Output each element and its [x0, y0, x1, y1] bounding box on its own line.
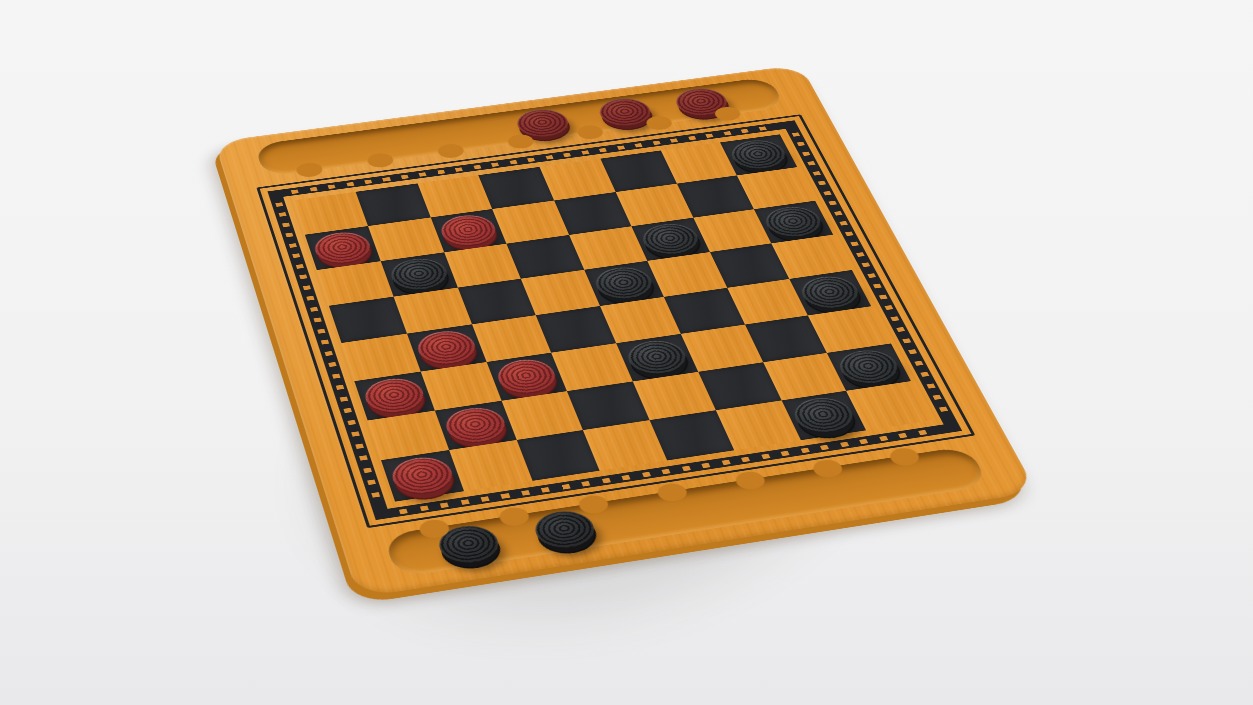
- black-checker[interactable]: [529, 508, 599, 552]
- red-checker[interactable]: [413, 328, 480, 368]
- black-checker[interactable]: [833, 347, 904, 387]
- red-checker[interactable]: [360, 375, 428, 416]
- black-checker[interactable]: [590, 264, 657, 302]
- red-checker[interactable]: [436, 212, 501, 249]
- red-checker[interactable]: [594, 96, 655, 129]
- black-checker[interactable]: [386, 255, 451, 293]
- black-checker[interactable]: [637, 221, 704, 258]
- red-checker[interactable]: [311, 229, 375, 266]
- red-checker[interactable]: [671, 86, 732, 118]
- red-checker[interactable]: [387, 454, 457, 498]
- black-checker[interactable]: [796, 273, 865, 311]
- red-checker[interactable]: [512, 107, 573, 140]
- black-checker[interactable]: [622, 337, 691, 377]
- black-checker[interactable]: [434, 522, 504, 566]
- black-checker[interactable]: [726, 137, 791, 172]
- red-checker[interactable]: [441, 404, 510, 446]
- black-checker[interactable]: [760, 204, 827, 240]
- black-checker[interactable]: [788, 395, 860, 437]
- product-render-canvas: { "game": "checkers", "view": { "backgro…: [0, 0, 1253, 705]
- red-checker[interactable]: [492, 356, 561, 397]
